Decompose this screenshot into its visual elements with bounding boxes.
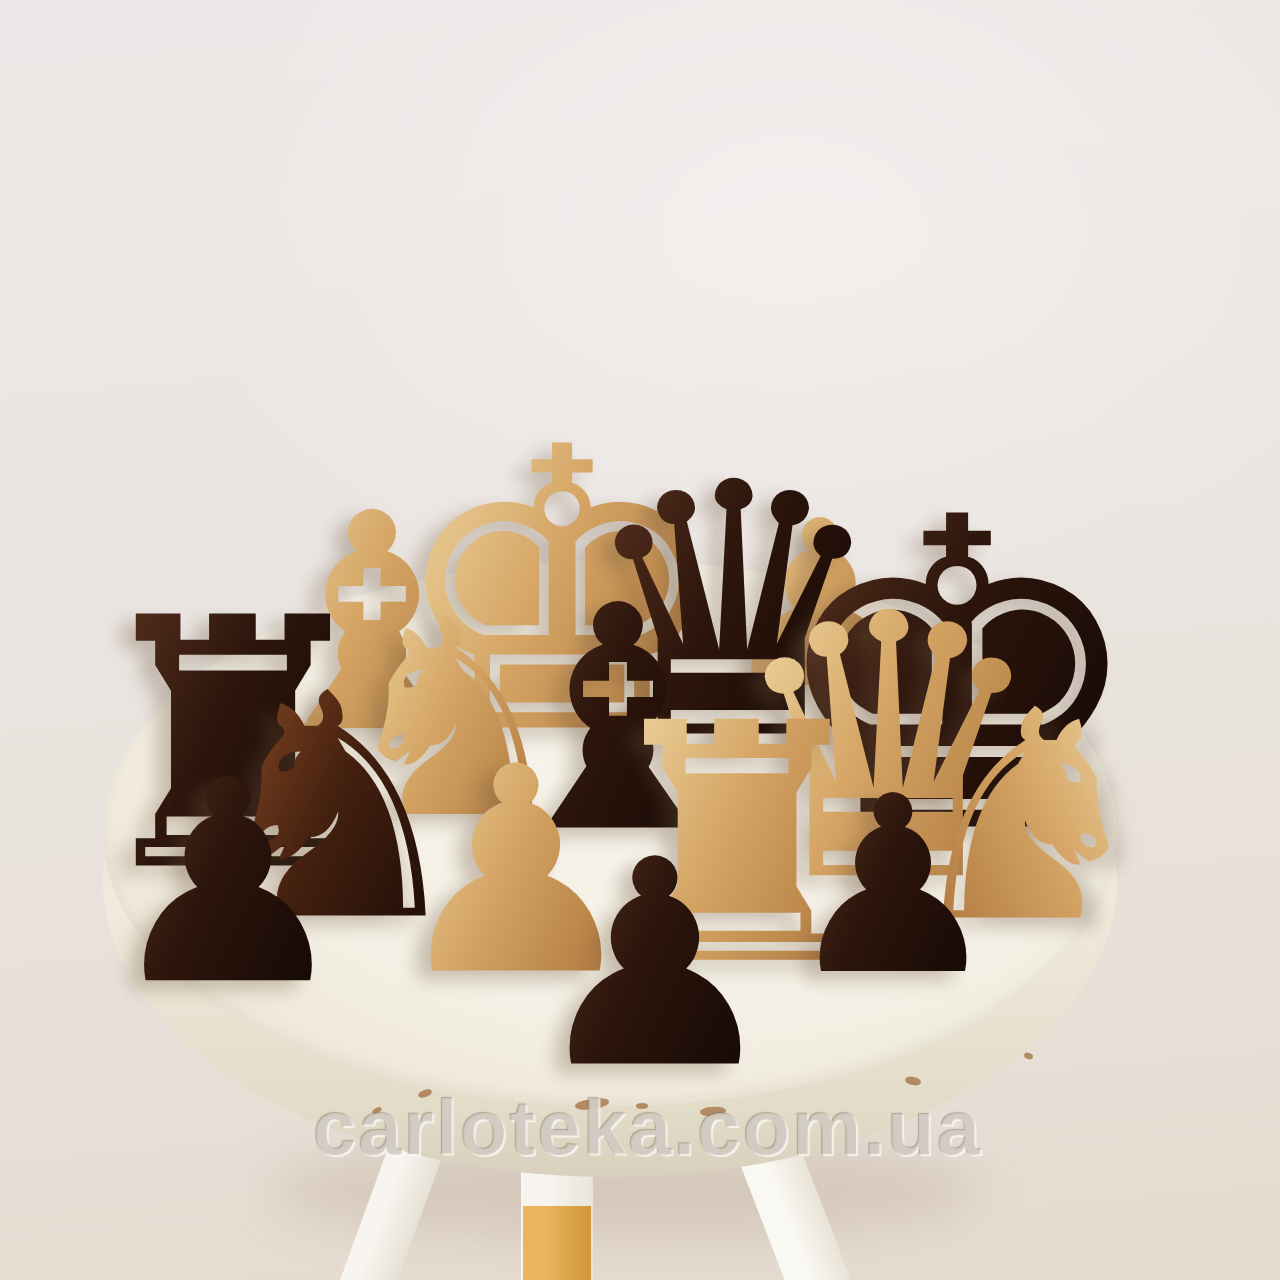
paint-chip xyxy=(1023,1052,1034,1061)
watermark-text: carloteka.com.ua xyxy=(313,1083,982,1174)
chess-pieces-product-photo: ♚♝♟♞♛♜♟♞♛♚♝♜♞♟♟♟ carloteka.com.ua xyxy=(0,0,1280,1280)
